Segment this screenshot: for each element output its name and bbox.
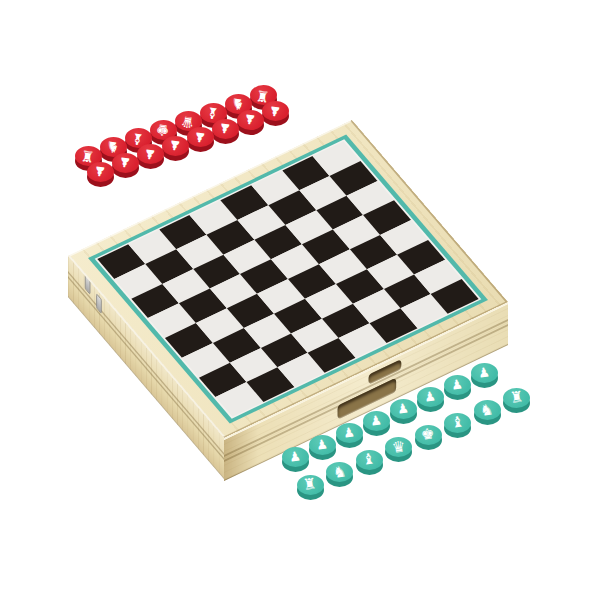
pawn-icon: ♟ (315, 437, 328, 451)
red-pawn-disc[interactable]: ♟ (137, 144, 164, 169)
disc-face: ♝ (444, 413, 471, 433)
product-scene: ♜♞♝♚♛♝♞♜♟♟♟♟♟♟♟♟♟♟♟♟♟♟♟♟♜♞♝♛♚♝♞♜ (0, 0, 600, 600)
teal-pawn-disc[interactable]: ♟ (336, 423, 363, 448)
disc-face: ♟ (336, 423, 363, 443)
disc-face: ♟ (187, 127, 214, 147)
disc-face: ♟ (112, 153, 139, 173)
red-pawn-disc[interactable]: ♟ (212, 119, 239, 144)
disc-face: ♟ (444, 375, 471, 395)
disc-face: ♟ (471, 363, 498, 383)
knight-icon: ♞ (479, 402, 494, 419)
pawn-icon: ♟ (423, 389, 436, 403)
disc-face: ♟ (282, 447, 309, 467)
teal-knight-disc[interactable]: ♞ (326, 462, 353, 487)
pawn-icon: ♟ (193, 130, 206, 144)
teal-pawn-disc[interactable]: ♟ (363, 411, 390, 436)
pawn-icon: ♟ (477, 365, 490, 379)
disc-face: ♜ (503, 388, 530, 408)
red-pawn-disc[interactable]: ♟ (237, 110, 264, 135)
pawn-icon: ♟ (268, 104, 281, 118)
pawn-icon: ♟ (342, 425, 355, 439)
teal-bishop-disc[interactable]: ♝ (444, 413, 471, 438)
disc-face: ♟ (390, 399, 417, 419)
red-pawn-disc[interactable]: ♟ (162, 136, 189, 161)
queen-icon: ♛ (391, 439, 406, 456)
pawn-icon: ♟ (450, 377, 463, 391)
teal-pawn-disc[interactable]: ♟ (471, 363, 498, 388)
teal-pawn-disc[interactable]: ♟ (390, 399, 417, 424)
red-pawn-disc[interactable]: ♟ (87, 162, 114, 187)
disc-face: ♟ (309, 435, 336, 455)
teal-rook-disc[interactable]: ♜ (297, 475, 324, 500)
pawn-icon: ♟ (93, 164, 106, 178)
teal-bishop-disc[interactable]: ♝ (356, 450, 383, 475)
disc-face: ♚ (415, 425, 442, 445)
disc-face: ♟ (212, 119, 239, 139)
teal-rook-disc[interactable]: ♜ (503, 388, 530, 413)
disc-face: ♟ (162, 136, 189, 156)
teal-pawn-disc[interactable]: ♟ (444, 375, 471, 400)
pawn-icon: ♟ (288, 449, 301, 463)
teal-queen-disc[interactable]: ♛ (385, 437, 412, 462)
disc-face: ♟ (363, 411, 390, 431)
disc-face: ♟ (417, 387, 444, 407)
pawn-icon: ♟ (143, 147, 156, 161)
pawn-icon: ♟ (168, 138, 181, 152)
teal-pawn-disc[interactable]: ♟ (309, 435, 336, 460)
pawn-icon: ♟ (396, 401, 409, 415)
disc-face: ♟ (137, 144, 164, 164)
rook-icon: ♜ (509, 389, 524, 406)
disc-face: ♟ (87, 162, 114, 182)
teal-pawn-disc[interactable]: ♟ (282, 447, 309, 472)
teal-pawn-disc[interactable]: ♟ (417, 387, 444, 412)
disc-face: ♜ (297, 475, 324, 495)
disc-face: ♟ (262, 101, 289, 121)
disc-face: ♞ (474, 400, 501, 420)
red-pawn-disc[interactable]: ♟ (262, 101, 289, 126)
red-pawn-disc[interactable]: ♟ (112, 153, 139, 178)
teal-knight-disc[interactable]: ♞ (474, 400, 501, 425)
knight-icon: ♞ (332, 464, 347, 481)
red-pawn-disc[interactable]: ♟ (187, 127, 214, 152)
disc-face: ♝ (356, 450, 383, 470)
disc-face: ♞ (326, 462, 353, 482)
bishop-icon: ♝ (450, 414, 465, 431)
teal-king-disc[interactable]: ♚ (415, 425, 442, 450)
pawn-icon: ♟ (218, 121, 231, 135)
rook-icon: ♜ (302, 476, 317, 493)
pawn-icon: ♟ (243, 113, 256, 127)
bishop-icon: ♝ (361, 451, 376, 468)
disc-face: ♟ (237, 110, 264, 130)
king-icon: ♚ (420, 427, 435, 444)
pawn-icon: ♟ (118, 156, 131, 170)
pawn-icon: ♟ (369, 413, 382, 427)
